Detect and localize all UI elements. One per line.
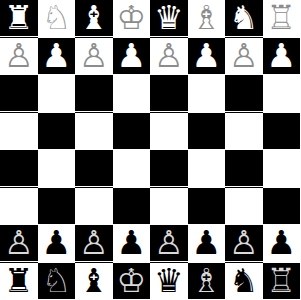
square-b3[interactable] xyxy=(225,75,263,113)
square-b7[interactable]: ♙ xyxy=(225,225,263,263)
square-b6[interactable] xyxy=(225,188,263,226)
piece-black-bishop[interactable]: ♝ xyxy=(79,264,109,297)
square-a4[interactable] xyxy=(263,113,301,151)
square-f8[interactable]: ♝ xyxy=(75,263,113,300)
square-a3[interactable] xyxy=(263,75,301,113)
square-b1[interactable]: ♞ xyxy=(225,0,263,38)
square-h1[interactable]: ♜ xyxy=(0,0,38,38)
square-c2[interactable]: ♟ xyxy=(188,38,226,76)
square-c8[interactable]: ♗ xyxy=(188,263,226,300)
piece-black-pawn[interactable]: ♟ xyxy=(266,226,296,259)
piece-white-knight[interactable]: ♞ xyxy=(229,1,259,34)
square-d2[interactable]: ♙ xyxy=(150,38,188,76)
square-b5[interactable] xyxy=(225,150,263,188)
square-c7[interactable]: ♟ xyxy=(188,225,226,263)
square-d1[interactable]: ♛ xyxy=(150,0,188,38)
square-b8[interactable]: ♞ xyxy=(225,263,263,300)
square-f3[interactable] xyxy=(75,75,113,113)
square-f5[interactable] xyxy=(75,150,113,188)
square-h5[interactable] xyxy=(0,150,38,188)
square-f6[interactable] xyxy=(75,188,113,226)
square-g1[interactable]: ♘ xyxy=(38,0,76,38)
square-a7[interactable]: ♟ xyxy=(263,225,301,263)
piece-black-king[interactable]: ♔ xyxy=(116,264,146,297)
square-g6[interactable] xyxy=(38,188,76,226)
piece-black-rook[interactable]: ♜ xyxy=(4,264,34,297)
square-f4[interactable] xyxy=(75,113,113,151)
square-a1[interactable]: ♖ xyxy=(263,0,301,38)
square-a5[interactable] xyxy=(263,150,301,188)
piece-black-pawn[interactable]: ♟ xyxy=(116,226,146,259)
piece-white-pawn[interactable]: ♟ xyxy=(41,39,71,72)
piece-black-knight[interactable]: ♞ xyxy=(229,264,259,297)
square-h6[interactable] xyxy=(0,188,38,226)
piece-black-pawn[interactable]: ♟ xyxy=(41,226,71,259)
square-g7[interactable]: ♟ xyxy=(38,225,76,263)
square-g2[interactable]: ♟ xyxy=(38,38,76,76)
piece-black-bishop[interactable]: ♗ xyxy=(191,264,221,297)
square-g8[interactable]: ♘ xyxy=(38,263,76,300)
piece-white-rook[interactable]: ♜ xyxy=(4,1,34,34)
square-h3[interactable] xyxy=(0,75,38,113)
square-e7[interactable]: ♟ xyxy=(113,225,151,263)
square-c6[interactable] xyxy=(188,188,226,226)
square-b4[interactable] xyxy=(225,113,263,151)
square-g4[interactable] xyxy=(38,113,76,151)
square-c3[interactable] xyxy=(188,75,226,113)
piece-white-pawn[interactable]: ♙ xyxy=(229,39,259,72)
square-a8[interactable]: ♖ xyxy=(263,263,301,300)
piece-black-pawn[interactable]: ♙ xyxy=(4,226,34,259)
square-d8[interactable]: ♛ xyxy=(150,263,188,300)
square-h4[interactable] xyxy=(0,113,38,151)
square-b2[interactable]: ♙ xyxy=(225,38,263,76)
square-e5[interactable] xyxy=(113,150,151,188)
square-f2[interactable]: ♙ xyxy=(75,38,113,76)
piece-white-bishop[interactable]: ♝ xyxy=(79,1,109,34)
square-e3[interactable] xyxy=(113,75,151,113)
piece-white-pawn[interactable]: ♙ xyxy=(4,39,34,72)
piece-white-queen[interactable]: ♛ xyxy=(154,1,184,34)
square-f7[interactable]: ♙ xyxy=(75,225,113,263)
square-d3[interactable] xyxy=(150,75,188,113)
square-c5[interactable] xyxy=(188,150,226,188)
square-h8[interactable]: ♜ xyxy=(0,263,38,300)
square-d4[interactable] xyxy=(150,113,188,151)
square-e1[interactable]: ♔ xyxy=(113,0,151,38)
square-a2[interactable]: ♟ xyxy=(263,38,301,76)
piece-white-pawn[interactable]: ♟ xyxy=(266,39,296,72)
piece-black-pawn[interactable]: ♙ xyxy=(79,226,109,259)
square-d6[interactable] xyxy=(150,188,188,226)
piece-white-pawn[interactable]: ♟ xyxy=(116,39,146,72)
piece-white-pawn[interactable]: ♙ xyxy=(79,39,109,72)
square-c1[interactable]: ♗ xyxy=(188,0,226,38)
piece-black-pawn[interactable]: ♙ xyxy=(154,226,184,259)
piece-black-pawn[interactable]: ♟ xyxy=(191,226,221,259)
piece-black-knight[interactable]: ♘ xyxy=(41,264,71,297)
piece-white-king[interactable]: ♔ xyxy=(116,1,146,34)
piece-black-rook[interactable]: ♖ xyxy=(266,264,296,297)
square-f1[interactable]: ♝ xyxy=(75,0,113,38)
piece-white-knight[interactable]: ♘ xyxy=(41,1,71,34)
piece-black-pawn[interactable]: ♙ xyxy=(229,226,259,259)
square-d5[interactable] xyxy=(150,150,188,188)
square-h7[interactable]: ♙ xyxy=(0,225,38,263)
square-d7[interactable]: ♙ xyxy=(150,225,188,263)
square-h2[interactable]: ♙ xyxy=(0,38,38,76)
square-e6[interactable] xyxy=(113,188,151,226)
chess-board: ♜♘♝♔♛♗♞♖♙♟♙♟♙♟♙♟♙♟♙♟♙♟♙♟♜♘♝♔♛♗♞♖ xyxy=(0,0,300,300)
piece-white-rook[interactable]: ♖ xyxy=(266,1,296,34)
square-a6[interactable] xyxy=(263,188,301,226)
square-e4[interactable] xyxy=(113,113,151,151)
square-e8[interactable]: ♔ xyxy=(113,263,151,300)
piece-black-queen[interactable]: ♛ xyxy=(154,264,184,297)
square-g3[interactable] xyxy=(38,75,76,113)
piece-white-pawn[interactable]: ♟ xyxy=(191,39,221,72)
square-c4[interactable] xyxy=(188,113,226,151)
piece-white-bishop[interactable]: ♗ xyxy=(191,1,221,34)
square-e2[interactable]: ♟ xyxy=(113,38,151,76)
square-g5[interactable] xyxy=(38,150,76,188)
piece-white-pawn[interactable]: ♙ xyxy=(154,39,184,72)
